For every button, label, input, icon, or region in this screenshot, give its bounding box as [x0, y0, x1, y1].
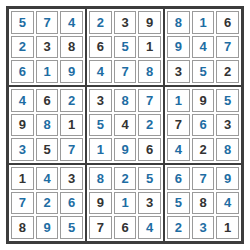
cell-r2c1[interactable]: 2 [11, 36, 34, 59]
cell-r8c4[interactable]: 9 [89, 192, 112, 215]
cell-r3c6[interactable]: 8 [138, 60, 161, 83]
cell-r4c6[interactable]: 7 [138, 89, 161, 112]
cell-r3c8[interactable]: 5 [192, 60, 215, 83]
box-3-3: 679584231 [164, 164, 242, 242]
cell-r2c4[interactable]: 6 [89, 36, 112, 59]
cell-r4c7[interactable]: 1 [167, 89, 190, 112]
cell-r2c9[interactable]: 7 [216, 36, 239, 59]
cell-r6c1[interactable]: 3 [11, 138, 34, 161]
cell-r1c7[interactable]: 8 [167, 11, 190, 34]
cell-r4c3[interactable]: 2 [60, 89, 83, 112]
cell-r1c9[interactable]: 6 [216, 11, 239, 34]
cell-r9c1[interactable]: 8 [11, 216, 34, 239]
cell-r2c8[interactable]: 4 [192, 36, 215, 59]
cell-r2c7[interactable]: 9 [167, 36, 190, 59]
cell-r9c9[interactable]: 1 [216, 216, 239, 239]
cell-r8c7[interactable]: 5 [167, 192, 190, 215]
cell-r1c2[interactable]: 7 [36, 11, 59, 34]
cell-r3c5[interactable]: 7 [114, 60, 137, 83]
cell-r8c5[interactable]: 1 [114, 192, 137, 215]
cell-r9c5[interactable]: 6 [114, 216, 137, 239]
cell-r8c1[interactable]: 7 [11, 192, 34, 215]
sudoku-page: 5742386192396514788169473524629813573875… [0, 0, 250, 250]
cell-r7c8[interactable]: 7 [192, 167, 215, 190]
cell-r7c4[interactable]: 8 [89, 167, 112, 190]
cell-r6c3[interactable]: 7 [60, 138, 83, 161]
cell-r8c3[interactable]: 6 [60, 192, 83, 215]
box-2-2: 387542196 [86, 86, 164, 164]
cell-r1c8[interactable]: 1 [192, 11, 215, 34]
cell-r5c5[interactable]: 4 [114, 114, 137, 137]
cell-r9c3[interactable]: 5 [60, 216, 83, 239]
cell-r8c9[interactable]: 4 [216, 192, 239, 215]
cell-r5c8[interactable]: 6 [192, 114, 215, 137]
cell-r5c3[interactable]: 1 [60, 114, 83, 137]
box-3-1: 143726895 [8, 164, 86, 242]
cell-r4c9[interactable]: 5 [216, 89, 239, 112]
cell-r2c3[interactable]: 8 [60, 36, 83, 59]
cell-r4c8[interactable]: 9 [192, 89, 215, 112]
cell-r3c3[interactable]: 9 [60, 60, 83, 83]
box-2-3: 195763428 [164, 86, 242, 164]
cell-r5c7[interactable]: 7 [167, 114, 190, 137]
cell-r7c9[interactable]: 9 [216, 167, 239, 190]
cell-r9c8[interactable]: 3 [192, 216, 215, 239]
cell-r4c1[interactable]: 4 [11, 89, 34, 112]
cell-r7c5[interactable]: 2 [114, 167, 137, 190]
box-2-1: 462981357 [8, 86, 86, 164]
cell-r4c5[interactable]: 8 [114, 89, 137, 112]
cell-r5c9[interactable]: 3 [216, 114, 239, 137]
cell-r6c6[interactable]: 6 [138, 138, 161, 161]
cell-r9c4[interactable]: 7 [89, 216, 112, 239]
cell-r2c5[interactable]: 5 [114, 36, 137, 59]
cell-r3c4[interactable]: 4 [89, 60, 112, 83]
cell-r7c6[interactable]: 5 [138, 167, 161, 190]
cell-r9c7[interactable]: 2 [167, 216, 190, 239]
cell-r2c2[interactable]: 3 [36, 36, 59, 59]
cell-r1c5[interactable]: 3 [114, 11, 137, 34]
cell-r1c3[interactable]: 4 [60, 11, 83, 34]
cell-r6c4[interactable]: 1 [89, 138, 112, 161]
cell-r4c4[interactable]: 3 [89, 89, 112, 112]
cell-r6c8[interactable]: 2 [192, 138, 215, 161]
cell-r9c2[interactable]: 9 [36, 216, 59, 239]
cell-r6c7[interactable]: 4 [167, 138, 190, 161]
sudoku-board: 5742386192396514788169473524629813573875… [6, 6, 244, 244]
cell-r4c2[interactable]: 6 [36, 89, 59, 112]
cell-r5c1[interactable]: 9 [11, 114, 34, 137]
cell-r5c6[interactable]: 2 [138, 114, 161, 137]
box-3-2: 825913764 [86, 164, 164, 242]
cell-r1c1[interactable]: 5 [11, 11, 34, 34]
cell-r7c2[interactable]: 4 [36, 167, 59, 190]
box-1-1: 574238619 [8, 8, 86, 86]
cell-r6c2[interactable]: 5 [36, 138, 59, 161]
box-1-2: 239651478 [86, 8, 164, 86]
cell-r5c4[interactable]: 5 [89, 114, 112, 137]
cell-r6c5[interactable]: 9 [114, 138, 137, 161]
cell-r7c1[interactable]: 1 [11, 167, 34, 190]
cell-r6c9[interactable]: 8 [216, 138, 239, 161]
cell-r7c3[interactable]: 3 [60, 167, 83, 190]
cell-r2c6[interactable]: 1 [138, 36, 161, 59]
cell-r8c8[interactable]: 8 [192, 192, 215, 215]
cell-r1c6[interactable]: 9 [138, 11, 161, 34]
cell-r3c1[interactable]: 6 [11, 60, 34, 83]
box-1-3: 816947352 [164, 8, 242, 86]
cell-r3c2[interactable]: 1 [36, 60, 59, 83]
cell-r8c6[interactable]: 3 [138, 192, 161, 215]
cell-r5c2[interactable]: 8 [36, 114, 59, 137]
cell-r9c6[interactable]: 4 [138, 216, 161, 239]
cell-r8c2[interactable]: 2 [36, 192, 59, 215]
cell-r1c4[interactable]: 2 [89, 11, 112, 34]
cell-r3c9[interactable]: 2 [216, 60, 239, 83]
cell-r3c7[interactable]: 3 [167, 60, 190, 83]
cell-r7c7[interactable]: 6 [167, 167, 190, 190]
